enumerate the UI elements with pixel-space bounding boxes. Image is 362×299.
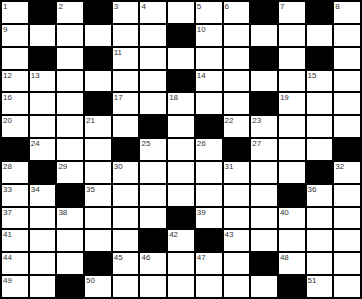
cell-r6c9[interactable]: 22 xyxy=(224,116,250,137)
cell-r9c12[interactable]: 36 xyxy=(307,185,333,206)
cell-r10c8[interactable]: 39 xyxy=(196,208,222,229)
cell-r12c3[interactable] xyxy=(57,253,83,274)
black-cell-r13c11 xyxy=(279,276,305,297)
cell-r13c4[interactable]: 50 xyxy=(85,276,111,297)
cell-r4c6[interactable] xyxy=(140,71,166,92)
cell-r8c4[interactable] xyxy=(85,162,111,183)
cell-r8c1[interactable]: 28 xyxy=(2,162,28,183)
clue-number-15: 15 xyxy=(308,71,317,80)
cell-r3c7[interactable] xyxy=(168,48,194,69)
cell-r12c11[interactable]: 48 xyxy=(279,253,305,274)
clue-number-29: 29 xyxy=(58,162,67,171)
black-cell-r2c7 xyxy=(168,25,194,46)
cell-r5c1[interactable]: 16 xyxy=(2,93,28,114)
cell-r10c12[interactable] xyxy=(307,208,333,229)
black-cell-r10c7 xyxy=(168,208,194,229)
clue-number-12: 12 xyxy=(3,71,12,80)
cell-r12c7[interactable] xyxy=(168,253,194,274)
cell-r1c8[interactable]: 5 xyxy=(196,2,222,23)
cell-r2c12[interactable] xyxy=(307,25,333,46)
cell-r12c8[interactable]: 47 xyxy=(196,253,222,274)
cell-r1c11[interactable]: 7 xyxy=(279,2,305,23)
black-cell-r6c6 xyxy=(140,116,166,137)
cell-r10c13[interactable] xyxy=(334,208,360,229)
clue-number-28: 28 xyxy=(3,162,12,171)
clue-number-36: 36 xyxy=(308,185,317,194)
clue-number-22: 22 xyxy=(225,116,234,125)
cell-r7c4[interactable] xyxy=(85,139,111,160)
cell-r13c9[interactable] xyxy=(224,276,250,297)
clue-number-47: 47 xyxy=(197,253,206,262)
cell-r1c9[interactable]: 6 xyxy=(224,2,250,23)
cell-r2c11[interactable] xyxy=(279,25,305,46)
black-cell-r1c12 xyxy=(307,2,333,23)
clue-number-1: 1 xyxy=(3,2,7,11)
cell-r1c3[interactable]: 2 xyxy=(57,2,83,23)
cell-r3c5[interactable]: 11 xyxy=(113,48,139,69)
cell-r12c6[interactable]: 46 xyxy=(140,253,166,274)
cell-r11c2[interactable] xyxy=(30,230,56,251)
clue-number-17: 17 xyxy=(114,93,123,102)
cell-r5c12[interactable] xyxy=(307,93,333,114)
cell-r13c13[interactable] xyxy=(334,276,360,297)
cell-r4c11[interactable] xyxy=(279,71,305,92)
clue-number-49: 49 xyxy=(3,276,12,285)
black-cell-r1c4 xyxy=(85,2,111,23)
cell-r9c1[interactable]: 33 xyxy=(2,185,28,206)
cell-r11c4[interactable] xyxy=(85,230,111,251)
black-cell-r11c6 xyxy=(140,230,166,251)
cell-r8c3[interactable]: 29 xyxy=(57,162,83,183)
cell-r12c2[interactable] xyxy=(30,253,56,274)
cell-r6c1[interactable]: 20 xyxy=(2,116,28,137)
cell-r10c6[interactable] xyxy=(140,208,166,229)
cell-r2c6[interactable] xyxy=(140,25,166,46)
cell-r8c7[interactable] xyxy=(168,162,194,183)
cell-r1c5[interactable]: 3 xyxy=(113,2,139,23)
cell-r4c3[interactable] xyxy=(57,71,83,92)
cell-r4c5[interactable] xyxy=(113,71,139,92)
cell-r3c3[interactable] xyxy=(57,48,83,69)
clue-number-3: 3 xyxy=(114,2,118,11)
cell-r13c8[interactable] xyxy=(196,276,222,297)
black-cell-r3c12 xyxy=(307,48,333,69)
cell-r5c3[interactable] xyxy=(57,93,83,114)
clue-number-8: 8 xyxy=(335,2,339,11)
clue-number-38: 38 xyxy=(58,208,67,217)
cell-r11c3[interactable] xyxy=(57,230,83,251)
cell-r8c13[interactable]: 32 xyxy=(334,162,360,183)
cell-r3c11[interactable] xyxy=(279,48,305,69)
clue-number-10: 10 xyxy=(197,25,206,34)
cell-r12c9[interactable] xyxy=(224,253,250,274)
cell-r11c7[interactable]: 42 xyxy=(168,230,194,251)
black-cell-r3c10 xyxy=(251,48,277,69)
clue-number-25: 25 xyxy=(141,139,150,148)
cell-r13c5[interactable] xyxy=(113,276,139,297)
cell-r13c1[interactable]: 49 xyxy=(2,276,28,297)
black-cell-r5c4 xyxy=(85,93,111,114)
cell-r2c3[interactable] xyxy=(57,25,83,46)
cell-r8c11[interactable] xyxy=(279,162,305,183)
cell-r5c9[interactable] xyxy=(224,93,250,114)
cell-r10c11[interactable]: 40 xyxy=(279,208,305,229)
cell-r1c7[interactable] xyxy=(168,2,194,23)
cell-r2c9[interactable] xyxy=(224,25,250,46)
cell-r6c3[interactable] xyxy=(57,116,83,137)
cell-r10c5[interactable] xyxy=(113,208,139,229)
cell-r9c13[interactable] xyxy=(334,185,360,206)
cell-r9c8[interactable] xyxy=(196,185,222,206)
cell-r8c5[interactable]: 30 xyxy=(113,162,139,183)
cell-r8c6[interactable] xyxy=(140,162,166,183)
clue-number-2: 2 xyxy=(58,2,62,11)
cell-r11c9[interactable]: 43 xyxy=(224,230,250,251)
cell-r11c10[interactable] xyxy=(251,230,277,251)
clue-number-31: 31 xyxy=(225,162,234,171)
clue-number-46: 46 xyxy=(141,253,150,262)
cell-r5c6[interactable] xyxy=(140,93,166,114)
black-cell-r9c3 xyxy=(57,185,83,206)
cell-r11c12[interactable] xyxy=(307,230,333,251)
cell-r2c1[interactable]: 9 xyxy=(2,25,28,46)
black-cell-r12c4 xyxy=(85,253,111,274)
clue-number-40: 40 xyxy=(280,208,289,217)
clue-number-7: 7 xyxy=(280,2,284,11)
clue-number-5: 5 xyxy=(197,2,201,11)
cell-r8c8[interactable] xyxy=(196,162,222,183)
clue-number-16: 16 xyxy=(3,93,12,102)
cell-r13c7[interactable] xyxy=(168,276,194,297)
cell-r1c1[interactable]: 1 xyxy=(2,2,28,23)
cell-r1c13[interactable]: 8 xyxy=(334,2,360,23)
black-cell-r13c3 xyxy=(57,276,83,297)
cell-r4c8[interactable]: 14 xyxy=(196,71,222,92)
cell-r10c3[interactable]: 38 xyxy=(57,208,83,229)
cell-r11c5[interactable] xyxy=(113,230,139,251)
black-cell-r6c8 xyxy=(196,116,222,137)
cell-r9c9[interactable] xyxy=(224,185,250,206)
cell-r7c12[interactable] xyxy=(307,139,333,160)
cell-r9c5[interactable] xyxy=(113,185,139,206)
cell-r7c8[interactable]: 26 xyxy=(196,139,222,160)
cell-r4c12[interactable]: 15 xyxy=(307,71,333,92)
cell-r4c10[interactable] xyxy=(251,71,277,92)
cell-r6c13[interactable] xyxy=(334,116,360,137)
black-cell-r7c13 xyxy=(334,139,360,160)
cell-r4c2[interactable]: 13 xyxy=(30,71,56,92)
cell-r7c10[interactable]: 27 xyxy=(251,139,277,160)
black-cell-r12c10 xyxy=(251,253,277,274)
cell-r4c4[interactable] xyxy=(85,71,111,92)
black-cell-r1c2 xyxy=(30,2,56,23)
cell-r4c1[interactable]: 12 xyxy=(2,71,28,92)
cell-r7c11[interactable] xyxy=(279,139,305,160)
cell-r11c11[interactable] xyxy=(279,230,305,251)
black-cell-r7c5 xyxy=(113,139,139,160)
cell-r3c9[interactable] xyxy=(224,48,250,69)
clue-number-21: 21 xyxy=(86,116,95,125)
clue-number-44: 44 xyxy=(3,253,12,262)
crossword-grid: 1234567891011121314151617181920212223242… xyxy=(0,0,362,299)
clue-number-18: 18 xyxy=(169,93,178,102)
cell-r3c6[interactable] xyxy=(140,48,166,69)
clue-number-23: 23 xyxy=(252,116,261,125)
clue-number-9: 9 xyxy=(3,25,7,34)
clue-number-4: 4 xyxy=(141,2,145,11)
cell-r10c1[interactable]: 37 xyxy=(2,208,28,229)
cell-r12c12[interactable] xyxy=(307,253,333,274)
cell-r9c2[interactable]: 34 xyxy=(30,185,56,206)
cell-r13c2[interactable] xyxy=(30,276,56,297)
clue-number-39: 39 xyxy=(197,208,206,217)
clue-number-11: 11 xyxy=(114,48,122,57)
cell-r12c5[interactable]: 45 xyxy=(113,253,139,274)
clue-number-45: 45 xyxy=(114,253,123,262)
clue-number-6: 6 xyxy=(225,2,229,11)
cell-r10c10[interactable] xyxy=(251,208,277,229)
cell-r6c11[interactable] xyxy=(279,116,305,137)
cell-r6c5[interactable] xyxy=(113,116,139,137)
cell-r8c9[interactable]: 31 xyxy=(224,162,250,183)
black-cell-r7c1 xyxy=(2,139,28,160)
cell-r4c9[interactable] xyxy=(224,71,250,92)
cell-r7c6[interactable]: 25 xyxy=(140,139,166,160)
clue-number-13: 13 xyxy=(31,71,40,80)
cell-r9c10[interactable] xyxy=(251,185,277,206)
clue-number-27: 27 xyxy=(252,139,261,148)
clue-number-26: 26 xyxy=(197,139,206,148)
cell-r10c2[interactable] xyxy=(30,208,56,229)
cell-r3c8[interactable] xyxy=(196,48,222,69)
clue-number-48: 48 xyxy=(280,253,289,262)
clue-number-24: 24 xyxy=(31,139,40,148)
cell-r3c1[interactable] xyxy=(2,48,28,69)
cell-r12c13[interactable] xyxy=(334,253,360,274)
clue-number-43: 43 xyxy=(225,230,234,239)
black-cell-r11c8 xyxy=(196,230,222,251)
cell-r6c7[interactable] xyxy=(168,116,194,137)
black-cell-r5c10 xyxy=(251,93,277,114)
cell-r2c8[interactable]: 10 xyxy=(196,25,222,46)
cell-r5c8[interactable] xyxy=(196,93,222,114)
cell-r5c13[interactable] xyxy=(334,93,360,114)
black-cell-r3c4 xyxy=(85,48,111,69)
black-cell-r9c11 xyxy=(279,185,305,206)
cell-r9c6[interactable] xyxy=(140,185,166,206)
clue-number-37: 37 xyxy=(3,208,12,217)
cell-r10c4[interactable] xyxy=(85,208,111,229)
black-cell-r7c9 xyxy=(224,139,250,160)
clue-number-34: 34 xyxy=(31,185,40,194)
cell-r1c6[interactable]: 4 xyxy=(140,2,166,23)
cell-r13c12[interactable]: 51 xyxy=(307,276,333,297)
clue-number-20: 20 xyxy=(3,116,12,125)
black-cell-r1c10 xyxy=(251,2,277,23)
cell-r2c5[interactable] xyxy=(113,25,139,46)
cell-r2c4[interactable] xyxy=(85,25,111,46)
cell-r5c2[interactable] xyxy=(30,93,56,114)
cell-r9c7[interactable] xyxy=(168,185,194,206)
cell-r11c1[interactable]: 41 xyxy=(2,230,28,251)
clue-number-51: 51 xyxy=(308,276,317,285)
clue-number-32: 32 xyxy=(335,162,344,171)
cell-r6c10[interactable]: 23 xyxy=(251,116,277,137)
cell-r13c6[interactable] xyxy=(140,276,166,297)
black-cell-r8c2 xyxy=(30,162,56,183)
cell-r2c2[interactable] xyxy=(30,25,56,46)
clue-number-42: 42 xyxy=(169,230,178,239)
cell-r5c11[interactable]: 19 xyxy=(279,93,305,114)
cell-r8c10[interactable] xyxy=(251,162,277,183)
cell-r7c7[interactable] xyxy=(168,139,194,160)
cell-r7c3[interactable] xyxy=(57,139,83,160)
cell-r6c2[interactable] xyxy=(30,116,56,137)
cell-r2c10[interactable] xyxy=(251,25,277,46)
cell-r13c10[interactable] xyxy=(251,276,277,297)
clue-number-41: 41 xyxy=(3,230,12,239)
cell-r5c7[interactable]: 18 xyxy=(168,93,194,114)
clue-number-19: 19 xyxy=(280,93,289,102)
clue-number-14: 14 xyxy=(197,71,206,80)
cell-r3c13[interactable] xyxy=(334,48,360,69)
cell-r12c1[interactable]: 44 xyxy=(2,253,28,274)
clue-number-50: 50 xyxy=(86,276,95,285)
clue-number-30: 30 xyxy=(114,162,123,171)
black-cell-r8c12 xyxy=(307,162,333,183)
clue-number-33: 33 xyxy=(3,185,12,194)
cell-r2c13[interactable] xyxy=(334,25,360,46)
clue-number-35: 35 xyxy=(86,185,95,194)
cell-r5c5[interactable]: 17 xyxy=(113,93,139,114)
cell-r4c13[interactable] xyxy=(334,71,360,92)
cell-r9c4[interactable]: 35 xyxy=(85,185,111,206)
cell-r11c13[interactable] xyxy=(334,230,360,251)
cell-r6c4[interactable]: 21 xyxy=(85,116,111,137)
cell-r7c2[interactable]: 24 xyxy=(30,139,56,160)
cell-r6c12[interactable] xyxy=(307,116,333,137)
black-cell-r4c7 xyxy=(168,71,194,92)
black-cell-r3c2 xyxy=(30,48,56,69)
cell-r10c9[interactable] xyxy=(224,208,250,229)
